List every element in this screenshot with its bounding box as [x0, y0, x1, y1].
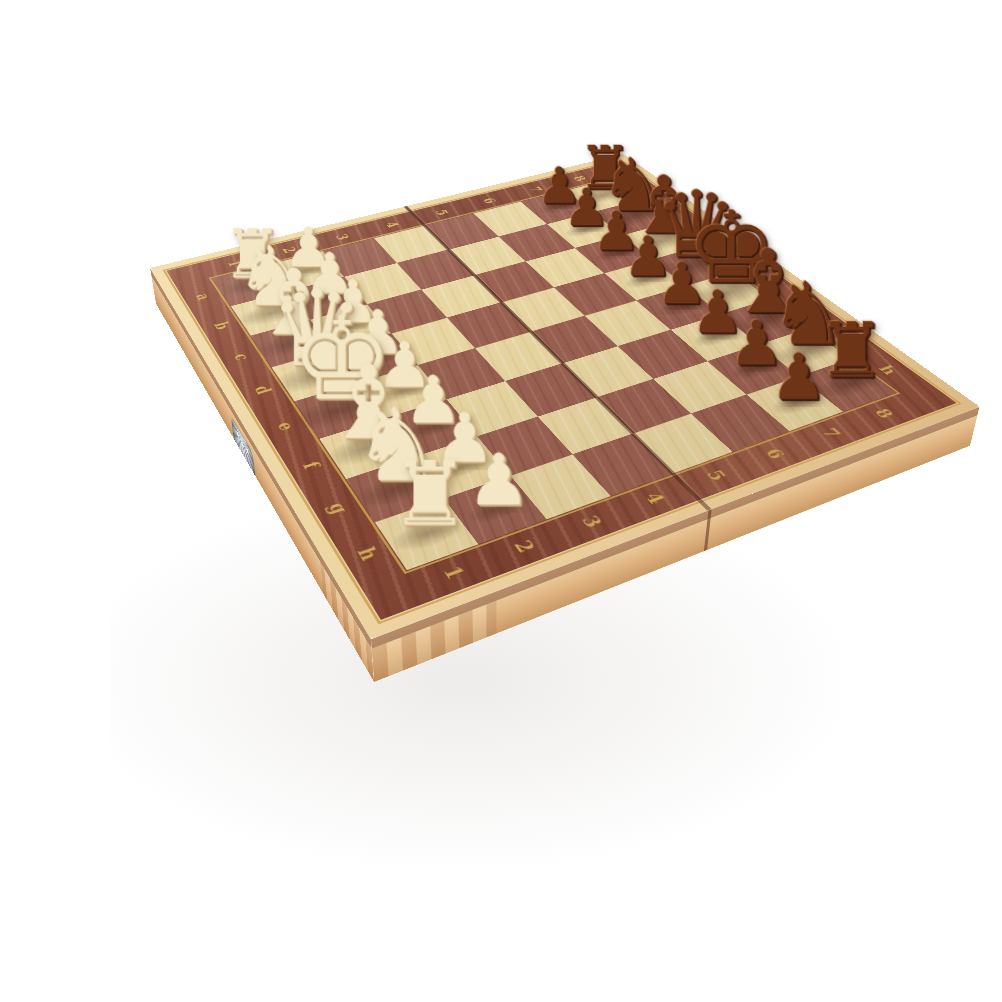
piece-contact-shadow	[652, 296, 706, 319]
piece-contact-shadow	[385, 511, 469, 558]
piece-contact-shadow	[560, 221, 609, 240]
box-halves-seam	[704, 509, 712, 551]
chess-board: 12345678 12345678 abcdefgh abcdefgh ♜♟♟♜…	[150, 154, 980, 639]
product-photo-stage: 12345678 12345678 abcdefgh abcdefgh ♜♟♟♜…	[0, 0, 1002, 1002]
piece-contact-shadow	[323, 315, 378, 339]
piece-contact-shadow	[765, 390, 825, 419]
piece-contact-shadow	[346, 345, 403, 371]
scene: 12345678 12345678 abcdefgh abcdefgh ♜♟♟♜…	[0, 0, 1002, 1002]
piece-contact-shadow	[429, 451, 493, 484]
piece-contact-shadow	[399, 413, 461, 444]
square-f5	[562, 346, 652, 397]
piece-contact-shadow	[687, 325, 742, 350]
piece-contact-shadow	[462, 492, 529, 528]
